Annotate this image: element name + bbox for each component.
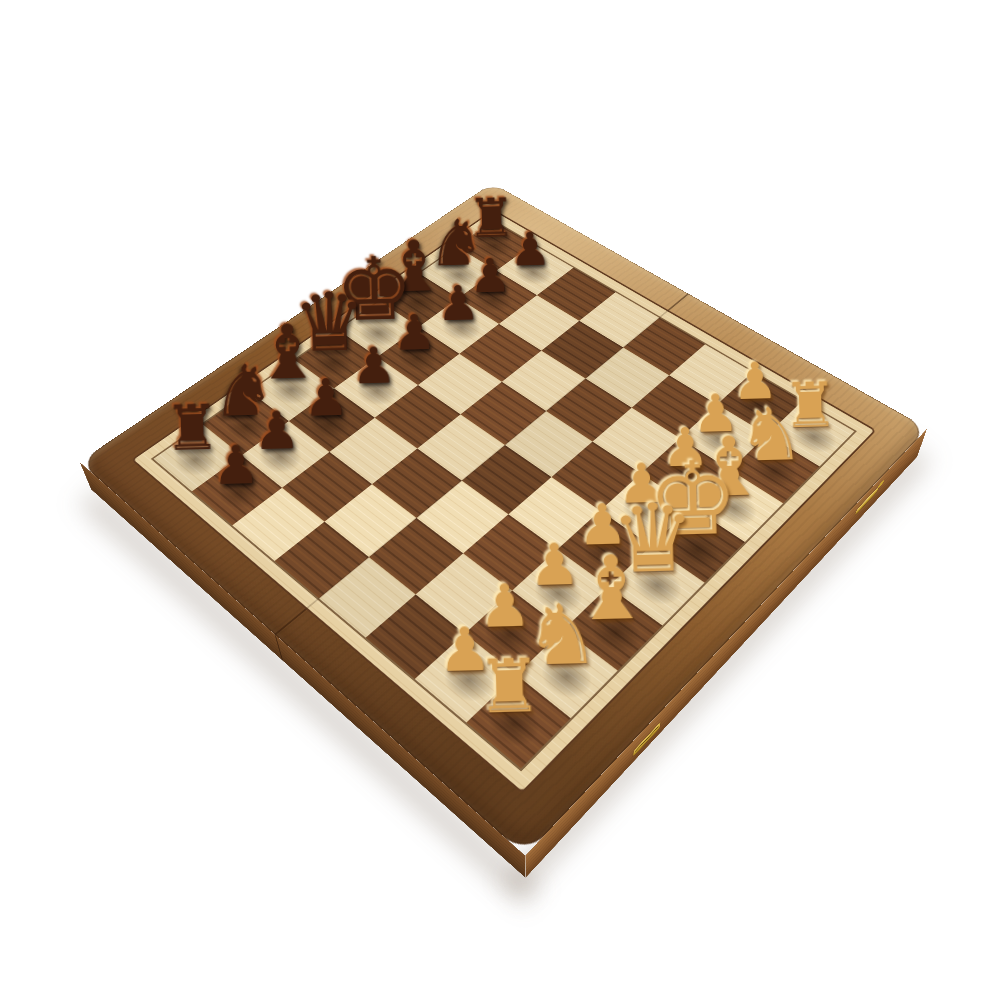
product-photo-scene: ♜♞♟♝♟♚♟♛♟♝♟♞♟♟♜♟♟♜♟♟♞♟♝♟♚♟♛♟♝♟♞♜: [0, 0, 1000, 1000]
black-pawn[interactable]: ♟: [182, 437, 290, 493]
camera-tilt-wrapper: ♜♞♟♝♟♚♟♛♟♝♟♞♟♟♜♟♟♜♟♟♞♟♝♟♚♟♛♟♝♟♞♜: [0, 0, 1000, 1000]
folding-chess-box: ♜♞♟♝♟♚♟♛♟♝♟♞♟♟♜♟♟♜♟♟♞♟♝♟♚♟♛♟♝♟♞♜: [79, 183, 927, 855]
rook-glyph: ♜: [476, 649, 544, 725]
pawn-glyph: ♟: [211, 437, 260, 492]
chess-board: ♜♞♟♝♟♚♟♛♟♝♟♞♟♟♜♟♟♜♟♟♞♟♝♟♚♟♛♟♝♟♞♜: [79, 183, 927, 855]
white-rook[interactable]: ♜: [447, 648, 573, 725]
